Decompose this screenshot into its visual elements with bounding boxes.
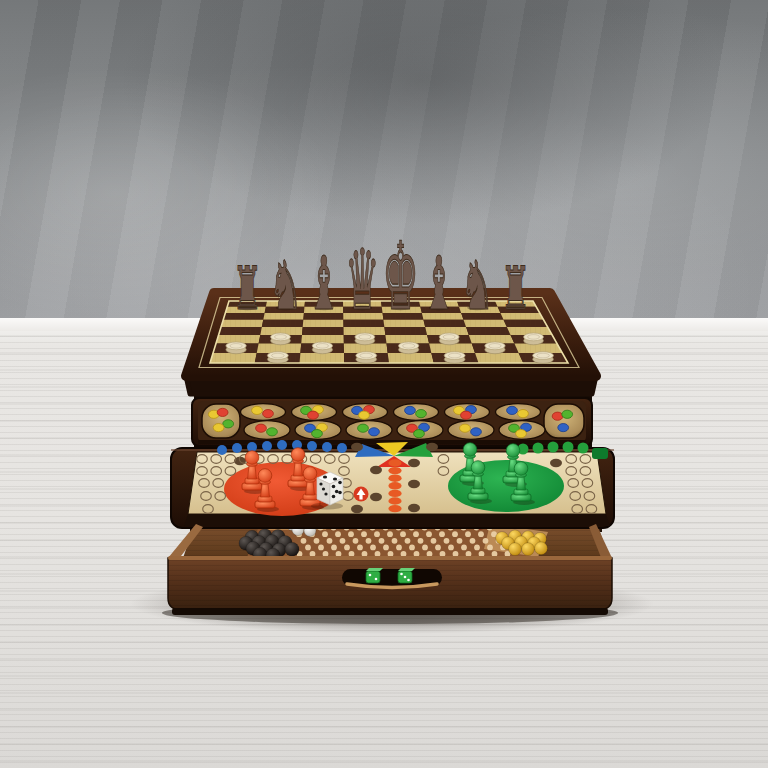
cc-hole xyxy=(318,545,324,551)
checker-disc xyxy=(312,342,332,354)
cc-hole xyxy=(327,538,333,544)
ludo-dot-blue xyxy=(307,441,317,451)
mancala-stone-blue xyxy=(558,424,569,432)
ludo-finish-square xyxy=(592,448,608,459)
checker-disc xyxy=(524,333,544,345)
cc-hole xyxy=(431,538,437,544)
mancala-stone-red xyxy=(217,408,228,416)
cc-hole xyxy=(418,538,424,544)
mancala-stone-yellow xyxy=(516,430,527,438)
mancala-stone-red xyxy=(256,424,267,432)
cc-hole xyxy=(322,531,328,537)
ludo-dot-brown xyxy=(351,505,363,513)
mancala-stone-red xyxy=(461,411,472,419)
ludo-dot-blue xyxy=(262,441,272,451)
cc-hole xyxy=(344,545,350,551)
ludo-dot-green xyxy=(533,443,544,454)
cc-hole xyxy=(314,538,320,544)
mancala-stone-red xyxy=(552,412,563,420)
cc-hole xyxy=(487,545,493,551)
checker-disc xyxy=(226,342,246,354)
ludo-dot-blue xyxy=(322,442,332,452)
ludo-home-green xyxy=(448,460,564,512)
checker-disc xyxy=(356,352,377,364)
chess-piece-knight: ♞ xyxy=(460,246,494,325)
ludo-column-oval xyxy=(388,497,401,504)
cc-hole xyxy=(461,545,467,551)
mancala-stone-yellow xyxy=(252,406,263,414)
marble-black xyxy=(285,542,299,556)
ludo-dot-green xyxy=(563,442,574,453)
cc-hole xyxy=(353,538,359,544)
checker-disc xyxy=(398,342,418,354)
cc-hole xyxy=(301,538,307,544)
mancala-stone-green xyxy=(267,428,278,436)
cc-hole xyxy=(340,538,346,544)
mancala-stone-red xyxy=(263,410,274,418)
chess-piece-rook: ♜ xyxy=(500,253,530,322)
mancala-stone-yellow xyxy=(359,411,370,419)
checker-disc xyxy=(444,352,465,364)
mancala-stone-yellow xyxy=(213,424,224,432)
checker-disc xyxy=(271,333,291,345)
cc-hole xyxy=(413,531,419,537)
cc-hole xyxy=(474,545,480,551)
drawer-handle xyxy=(342,568,442,588)
ludo-tray xyxy=(171,440,614,528)
game-cabinet: ♜♞♝♛♚♝♞♜ xyxy=(0,0,768,768)
checker-disc xyxy=(267,352,288,364)
marble-yellow xyxy=(509,543,522,556)
mancala-stone-green xyxy=(312,430,323,438)
cc-hole xyxy=(452,531,458,537)
ludo-dot-blue xyxy=(232,443,242,453)
cc-hole xyxy=(439,531,445,537)
cc-hole xyxy=(396,545,402,551)
mancala-stone-green xyxy=(416,410,427,418)
cc-hole xyxy=(348,531,354,537)
checker-disc xyxy=(485,342,505,354)
cc-hole xyxy=(465,531,471,537)
ludo-dot-brown xyxy=(408,459,420,467)
cc-hole xyxy=(366,538,372,544)
chess-piece-rook: ♜ xyxy=(232,253,262,322)
cc-hole xyxy=(361,531,367,537)
ludo-column-oval xyxy=(388,505,401,512)
ludo-column-oval xyxy=(388,467,401,474)
ludo-column-oval xyxy=(388,459,401,466)
cc-hole xyxy=(370,545,376,551)
cc-hole xyxy=(478,531,484,537)
ludo-dot-brown xyxy=(426,443,438,451)
ludo-dot-brown xyxy=(408,504,420,512)
cc-hole xyxy=(470,538,476,544)
ludo-column-oval xyxy=(388,490,401,497)
cc-hole xyxy=(405,538,411,544)
ludo-dot-brown xyxy=(550,459,562,467)
cc-hole xyxy=(305,545,311,551)
mancala-stone-blue xyxy=(471,428,482,436)
ludo-dot-blue xyxy=(217,445,227,455)
chess-piece-queen: ♛ xyxy=(345,230,380,328)
cc-hole xyxy=(383,545,389,551)
chess-piece-bishop: ♝ xyxy=(307,240,340,326)
mancala-stone-blue xyxy=(507,406,518,414)
ludo-column-oval xyxy=(388,482,401,489)
ludo-column-oval xyxy=(388,475,401,482)
cc-hole xyxy=(387,531,393,537)
mancala-tray xyxy=(192,398,592,446)
cc-hole xyxy=(483,538,489,544)
mancala-stone-green xyxy=(562,410,573,418)
mancala-stone-blue xyxy=(369,428,380,436)
checker-disc xyxy=(439,333,459,345)
mancala-stone-green xyxy=(414,430,425,438)
ludo-dot-brown xyxy=(370,466,382,474)
cc-hole xyxy=(409,545,415,551)
chess-piece-knight: ♞ xyxy=(269,246,303,325)
chess-piece-king: ♚ xyxy=(382,222,419,331)
cc-hole xyxy=(457,538,463,544)
checker-disc xyxy=(533,352,554,364)
cc-hole xyxy=(444,538,450,544)
mancala-stone-yellow xyxy=(460,424,471,432)
checker-disc xyxy=(355,333,375,345)
cc-hole xyxy=(335,531,341,537)
mancala-stone-red xyxy=(308,411,319,419)
ludo-dot-green xyxy=(578,443,589,454)
mancala-store-right xyxy=(544,404,584,438)
cc-hole xyxy=(426,531,432,537)
cc-hole xyxy=(435,545,441,551)
ludo-dot-blue xyxy=(337,443,347,453)
cc-hole xyxy=(379,538,385,544)
mancala-stone-green xyxy=(358,424,369,432)
scene: ♜♞♝♛♚♝♞♜ xyxy=(0,0,768,768)
cc-hole xyxy=(331,545,337,551)
chess-top-board: ♜♞♝♛♚♝♞♜ xyxy=(186,222,596,394)
marble-yellow xyxy=(522,543,535,556)
mancala-stone-blue xyxy=(405,406,416,414)
cc-hole xyxy=(392,538,398,544)
cc-hole xyxy=(400,531,406,537)
cc-hole xyxy=(374,531,380,537)
cc-hole xyxy=(448,545,454,551)
ludo-dot-brown xyxy=(351,443,363,451)
cc-hole xyxy=(357,545,363,551)
mancala-stone-green xyxy=(223,420,234,428)
ludo-dot-blue xyxy=(277,440,287,450)
ludo-dot-green xyxy=(548,442,559,453)
ludo-dot-brown xyxy=(408,480,420,488)
ludo-dot-brown xyxy=(370,493,382,501)
ludo-start-marker xyxy=(354,487,369,502)
marble-yellow xyxy=(535,542,548,555)
mancala-stone-yellow xyxy=(518,410,529,418)
chess-piece-bishop: ♝ xyxy=(422,240,455,326)
cc-hole xyxy=(422,545,428,551)
